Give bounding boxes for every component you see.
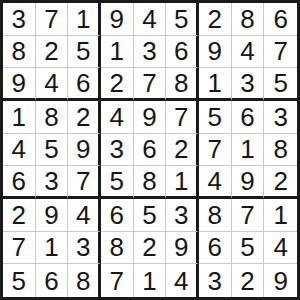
- digit: 4: [110, 104, 124, 130]
- cell-r1c4[interactable]: 9: [101, 3, 134, 36]
- cell-r9c7[interactable]: 3: [199, 264, 232, 297]
- cell-r5c9[interactable]: 8: [264, 134, 297, 167]
- digit: 2: [174, 136, 188, 162]
- cell-r6c2[interactable]: 3: [36, 166, 69, 199]
- digit: 1: [174, 168, 188, 194]
- digit: 4: [44, 70, 58, 96]
- digit: 6: [44, 268, 58, 294]
- digit: 7: [110, 268, 124, 294]
- cell-r2c5[interactable]: 3: [134, 36, 167, 69]
- digit: 6: [273, 6, 287, 32]
- digit: 4: [12, 136, 26, 162]
- cell-r2c6[interactable]: 6: [166, 36, 199, 69]
- cell-r5c3[interactable]: 9: [68, 134, 101, 167]
- digit: 8: [208, 202, 222, 228]
- cell-r4c4[interactable]: 4: [101, 101, 134, 134]
- digit: 2: [142, 234, 156, 260]
- digit: 7: [12, 234, 26, 260]
- cell-r1c8[interactable]: 8: [232, 3, 265, 36]
- cell-r8c9[interactable]: 4: [264, 232, 297, 265]
- digit: 9: [76, 136, 90, 162]
- digit: 3: [174, 202, 188, 228]
- cell-r3c9[interactable]: 5: [264, 68, 297, 101]
- cell-r6c4[interactable]: 5: [101, 166, 134, 199]
- cell-r2c2[interactable]: 2: [36, 36, 69, 69]
- cell-r9c3[interactable]: 8: [68, 264, 101, 297]
- cell-r1c5[interactable]: 4: [134, 3, 167, 36]
- digit: 9: [142, 104, 156, 130]
- cell-r5c5[interactable]: 6: [134, 134, 167, 167]
- cell-r5c1[interactable]: 4: [3, 134, 36, 167]
- digit: 2: [273, 168, 287, 194]
- cell-r9c4[interactable]: 7: [101, 264, 134, 297]
- cell-r8c2[interactable]: 1: [36, 232, 69, 265]
- digit: 7: [76, 168, 90, 194]
- digit: 4: [142, 6, 156, 32]
- digit: 1: [12, 104, 26, 130]
- cell-r6c8[interactable]: 9: [232, 166, 265, 199]
- cell-r1c2[interactable]: 7: [36, 3, 69, 36]
- digit: 8: [174, 70, 188, 96]
- cell-r5c4[interactable]: 3: [101, 134, 134, 167]
- cell-r7c1[interactable]: 2: [3, 199, 36, 232]
- digit: 1: [208, 70, 222, 96]
- cell-r4c8[interactable]: 6: [232, 101, 265, 134]
- cell-r4c9[interactable]: 3: [264, 101, 297, 134]
- cell-r8c8[interactable]: 5: [232, 232, 265, 265]
- digit: 1: [142, 268, 156, 294]
- cell-r3c6[interactable]: 8: [166, 68, 199, 101]
- cell-r8c3[interactable]: 3: [68, 232, 101, 265]
- cell-r2c8[interactable]: 4: [232, 36, 265, 69]
- digit: 9: [110, 6, 124, 32]
- cell-r9c2[interactable]: 6: [36, 264, 69, 297]
- digit: 5: [273, 70, 287, 96]
- cell-r6c3[interactable]: 7: [68, 166, 101, 199]
- digit: 5: [44, 136, 58, 162]
- cell-r8c5[interactable]: 2: [134, 232, 167, 265]
- cell-r1c9[interactable]: 6: [264, 3, 297, 36]
- digit: 6: [142, 136, 156, 162]
- digit: 5: [208, 104, 222, 130]
- digit: 7: [240, 202, 254, 228]
- digit: 5: [174, 6, 188, 32]
- cell-r3c4[interactable]: 2: [101, 68, 134, 101]
- cell-r3c2[interactable]: 4: [36, 68, 69, 101]
- digit: 2: [44, 38, 58, 64]
- cell-r6c6[interactable]: 1: [166, 166, 199, 199]
- cell-r7c7[interactable]: 8: [199, 199, 232, 232]
- cell-r4c1[interactable]: 1: [3, 101, 36, 134]
- digit: 6: [240, 104, 254, 130]
- digit: 8: [273, 136, 287, 162]
- cell-r1c1[interactable]: 3: [3, 3, 36, 36]
- cell-r3c7[interactable]: 1: [199, 68, 232, 101]
- digit: 3: [110, 136, 124, 162]
- cell-r8c7[interactable]: 6: [199, 232, 232, 265]
- digit: 8: [110, 234, 124, 260]
- cell-r3c3[interactable]: 6: [68, 68, 101, 101]
- digit: 4: [273, 234, 287, 260]
- digit: 3: [142, 38, 156, 64]
- digit: 3: [76, 234, 90, 260]
- digit: 2: [110, 70, 124, 96]
- digit: 4: [240, 38, 254, 64]
- cell-r7c5[interactable]: 5: [134, 199, 167, 232]
- cell-r6c5[interactable]: 8: [134, 166, 167, 199]
- digit: 5: [110, 168, 124, 194]
- digit: 1: [44, 234, 58, 260]
- digit: 9: [208, 38, 222, 64]
- cell-r6c1[interactable]: 6: [3, 166, 36, 199]
- digit: 3: [12, 6, 26, 32]
- digit: 3: [208, 268, 222, 294]
- digit: 4: [174, 268, 188, 294]
- digit: 5: [142, 202, 156, 228]
- digit: 2: [76, 104, 90, 130]
- cell-r2c1[interactable]: 8: [3, 36, 36, 69]
- digit: 9: [174, 234, 188, 260]
- cell-r7c8[interactable]: 7: [232, 199, 265, 232]
- digit: 3: [44, 168, 58, 194]
- digit: 8: [12, 38, 26, 64]
- digit: 1: [76, 6, 90, 32]
- digit: 4: [76, 202, 90, 228]
- digit: 7: [142, 70, 156, 96]
- digit: 9: [44, 202, 58, 228]
- cell-r4c3[interactable]: 2: [68, 101, 101, 134]
- cell-r5c8[interactable]: 1: [232, 134, 265, 167]
- cell-r3c8[interactable]: 3: [232, 68, 265, 101]
- digit: 7: [44, 6, 58, 32]
- cell-r2c3[interactable]: 5: [68, 36, 101, 69]
- digit: 6: [76, 70, 90, 96]
- cell-r4c5[interactable]: 9: [134, 101, 167, 134]
- digit: 1: [240, 136, 254, 162]
- cell-r6c7[interactable]: 4: [199, 166, 232, 199]
- digit: 1: [273, 202, 287, 228]
- digit: 6: [174, 38, 188, 64]
- cell-r4c7[interactable]: 5: [199, 101, 232, 134]
- cell-r2c9[interactable]: 7: [264, 36, 297, 69]
- cell-r9c1[interactable]: 5: [3, 264, 36, 297]
- digit: 6: [12, 168, 26, 194]
- digit: 2: [240, 268, 254, 294]
- digit: 9: [12, 70, 26, 96]
- cell-r3c5[interactable]: 7: [134, 68, 167, 101]
- cell-r7c9[interactable]: 1: [264, 199, 297, 232]
- digit: 3: [273, 104, 287, 130]
- cell-r2c7[interactable]: 9: [199, 36, 232, 69]
- digit: 9: [240, 168, 254, 194]
- digit: 8: [142, 168, 156, 194]
- cell-r5c2[interactable]: 5: [36, 134, 69, 167]
- cell-r7c3[interactable]: 4: [68, 199, 101, 232]
- cell-r4c6[interactable]: 7: [166, 101, 199, 134]
- cell-r9c6[interactable]: 4: [166, 264, 199, 297]
- cell-r7c6[interactable]: 3: [166, 199, 199, 232]
- cell-r4c2[interactable]: 8: [36, 101, 69, 134]
- cell-r5c7[interactable]: 7: [199, 134, 232, 167]
- digit: 9: [273, 268, 287, 294]
- digit: 7: [273, 38, 287, 64]
- cell-r1c3[interactable]: 1: [68, 3, 101, 36]
- cell-r1c7[interactable]: 2: [199, 3, 232, 36]
- cell-r9c9[interactable]: 9: [264, 264, 297, 297]
- cell-r3c1[interactable]: 9: [3, 68, 36, 101]
- sudoku-board: 3719452868251369479462781351824975634593…: [0, 0, 300, 300]
- digit: 6: [208, 234, 222, 260]
- digit: 8: [76, 268, 90, 294]
- digit: 4: [208, 168, 222, 194]
- digit: 5: [240, 234, 254, 260]
- cell-r2c4[interactable]: 1: [101, 36, 134, 69]
- cell-r9c8[interactable]: 2: [232, 264, 265, 297]
- cell-r7c4[interactable]: 6: [101, 199, 134, 232]
- digit: 8: [44, 104, 58, 130]
- digit: 7: [174, 104, 188, 130]
- digit: 2: [12, 202, 26, 228]
- cell-r5c6[interactable]: 2: [166, 134, 199, 167]
- digit: 7: [208, 136, 222, 162]
- digit: 3: [240, 70, 254, 96]
- cell-r8c4[interactable]: 8: [101, 232, 134, 265]
- digit: 6: [110, 202, 124, 228]
- digit: 5: [76, 38, 90, 64]
- cell-r7c2[interactable]: 9: [36, 199, 69, 232]
- cell-r8c6[interactable]: 9: [166, 232, 199, 265]
- cell-r8c1[interactable]: 7: [3, 232, 36, 265]
- digit: 1: [110, 38, 124, 64]
- digit: 8: [240, 6, 254, 32]
- cell-r6c9[interactable]: 2: [264, 166, 297, 199]
- digit: 2: [208, 6, 222, 32]
- digit: 5: [12, 268, 26, 294]
- cell-r9c5[interactable]: 1: [134, 264, 167, 297]
- cell-r1c6[interactable]: 5: [166, 3, 199, 36]
